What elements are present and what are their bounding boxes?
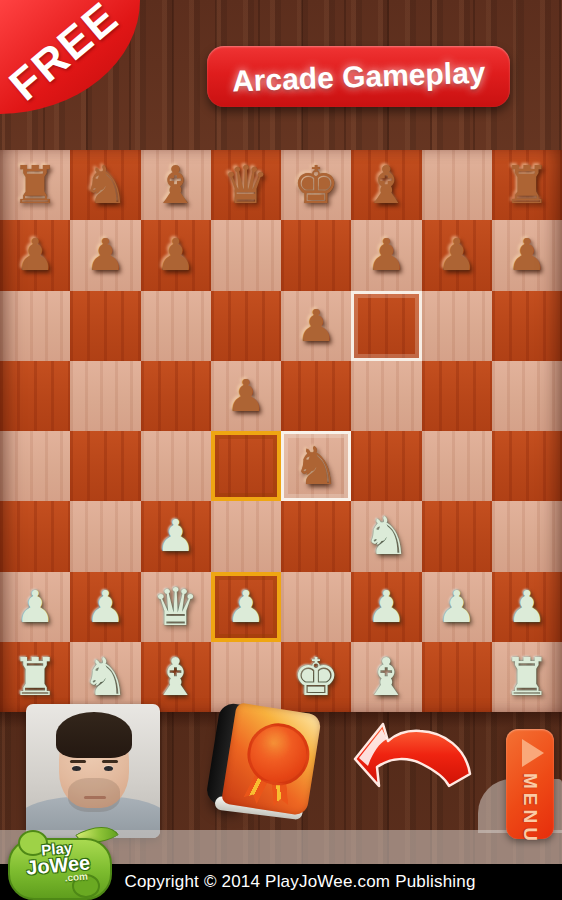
app-screen: FREE Arcade Gameplay ♜♞♝♛♚♝♜♟♟♟♟♟♟♟♟♞♟♞♟… — [0, 0, 562, 900]
piece-white-bishop: ♝ — [141, 642, 211, 712]
square-g6[interactable] — [422, 291, 492, 361]
piece-white-rook: ♜ — [0, 642, 70, 712]
square-c4[interactable] — [141, 431, 211, 501]
square-a2[interactable]: ♟ — [0, 572, 70, 642]
square-c5[interactable] — [141, 361, 211, 431]
square-d2[interactable]: ♟ — [211, 572, 281, 642]
avatar-eye — [104, 766, 113, 771]
square-g2[interactable]: ♟ — [422, 572, 492, 642]
piece-black-pawn: ♟ — [70, 220, 140, 290]
square-f8[interactable]: ♝ — [351, 150, 421, 220]
piece-black-queen: ♛ — [211, 150, 281, 220]
square-c8[interactable]: ♝ — [141, 150, 211, 220]
square-g4[interactable] — [422, 431, 492, 501]
piece-white-queen: ♛ — [141, 572, 211, 642]
avatar-eyebrow — [70, 760, 86, 763]
square-b2[interactable]: ♟ — [70, 572, 140, 642]
square-h1[interactable]: ♜ — [492, 642, 562, 712]
free-ribbon-badge: FREE — [0, 0, 160, 130]
square-d8[interactable]: ♛ — [211, 150, 281, 220]
square-f5[interactable] — [351, 361, 421, 431]
square-h5[interactable] — [492, 361, 562, 431]
menu-label: MENU — [519, 773, 541, 845]
piece-black-pawn: ♟ — [351, 220, 421, 290]
square-d4[interactable] — [211, 431, 281, 501]
square-b5[interactable] — [70, 361, 140, 431]
avatar-stubble — [68, 778, 120, 812]
piece-black-rook: ♜ — [0, 150, 70, 220]
piece-white-king: ♚ — [281, 642, 351, 712]
square-e6[interactable]: ♟ — [281, 291, 351, 361]
square-f7[interactable]: ♟ — [351, 220, 421, 290]
player-avatar — [26, 704, 160, 838]
avatar-eyebrow — [102, 760, 118, 763]
square-h7[interactable]: ♟ — [492, 220, 562, 290]
square-e8[interactable]: ♚ — [281, 150, 351, 220]
square-e2[interactable] — [281, 572, 351, 642]
copyright-text: Copyright © 2014 PlayJoWee.com Publishin… — [86, 872, 475, 892]
square-d7[interactable] — [211, 220, 281, 290]
square-h6[interactable] — [492, 291, 562, 361]
piece-white-rook: ♜ — [492, 642, 562, 712]
undo-arrow-icon — [348, 712, 478, 802]
square-a7[interactable]: ♟ — [0, 220, 70, 290]
menu-tab[interactable]: MENU — [506, 729, 554, 839]
square-f2[interactable]: ♟ — [351, 572, 421, 642]
square-f1[interactable]: ♝ — [351, 642, 421, 712]
square-a1[interactable]: ♜ — [0, 642, 70, 712]
square-e4[interactable]: ♞ — [281, 431, 351, 501]
undo-button[interactable] — [348, 712, 478, 802]
piece-white-pawn: ♟ — [70, 572, 140, 642]
piece-white-knight: ♞ — [351, 501, 421, 571]
square-e7[interactable] — [281, 220, 351, 290]
square-g5[interactable] — [422, 361, 492, 431]
playjowee-logo: Play JoWee .com — [8, 824, 118, 900]
square-b3[interactable] — [70, 501, 140, 571]
square-f3[interactable]: ♞ — [351, 501, 421, 571]
avatar-mouth — [84, 796, 106, 799]
square-b4[interactable] — [70, 431, 140, 501]
square-c6[interactable] — [141, 291, 211, 361]
square-a5[interactable] — [0, 361, 70, 431]
square-g3[interactable] — [422, 501, 492, 571]
piece-white-pawn: ♟ — [351, 572, 421, 642]
square-c7[interactable]: ♟ — [141, 220, 211, 290]
square-c3[interactable]: ♟ — [141, 501, 211, 571]
piece-black-bishop: ♝ — [351, 150, 421, 220]
avatar-eye — [72, 766, 81, 771]
square-e5[interactable] — [281, 361, 351, 431]
piece-white-pawn: ♟ — [0, 572, 70, 642]
arcade-gameplay-label: Arcade Gameplay — [231, 55, 486, 98]
square-h8[interactable]: ♜ — [492, 150, 562, 220]
square-f6[interactable] — [351, 291, 421, 361]
piece-white-pawn: ♟ — [492, 572, 562, 642]
square-c1[interactable]: ♝ — [141, 642, 211, 712]
arcade-gameplay-banner: Arcade Gameplay — [207, 46, 510, 107]
square-a3[interactable] — [0, 501, 70, 571]
piece-black-pawn: ♟ — [281, 291, 351, 361]
square-e1[interactable]: ♚ — [281, 642, 351, 712]
book-button[interactable] — [204, 700, 322, 825]
logo-text: Play JoWee .com — [6, 838, 109, 889]
piece-black-pawn: ♟ — [492, 220, 562, 290]
piece-white-bishop: ♝ — [351, 642, 421, 712]
square-a8[interactable]: ♜ — [0, 150, 70, 220]
piece-white-pawn: ♟ — [141, 501, 211, 571]
play-triangle-icon — [522, 739, 544, 767]
square-b6[interactable] — [70, 291, 140, 361]
square-d5[interactable]: ♟ — [211, 361, 281, 431]
piece-white-knight: ♞ — [70, 642, 140, 712]
square-g1[interactable] — [422, 642, 492, 712]
piece-white-pawn: ♟ — [422, 572, 492, 642]
square-b1[interactable]: ♞ — [70, 642, 140, 712]
piece-black-pawn: ♟ — [141, 220, 211, 290]
piece-black-knight: ♞ — [281, 431, 351, 501]
piece-black-rook: ♜ — [492, 150, 562, 220]
square-f4[interactable] — [351, 431, 421, 501]
square-d6[interactable] — [211, 291, 281, 361]
avatar-hair — [56, 712, 132, 758]
square-a4[interactable] — [0, 431, 70, 501]
piece-black-knight: ♞ — [70, 150, 140, 220]
piece-black-pawn: ♟ — [422, 220, 492, 290]
square-h3[interactable] — [492, 501, 562, 571]
square-h4[interactable] — [492, 431, 562, 501]
square-b7[interactable]: ♟ — [70, 220, 140, 290]
square-g7[interactable]: ♟ — [422, 220, 492, 290]
chess-board[interactable]: ♜♞♝♛♚♝♜♟♟♟♟♟♟♟♟♞♟♞♟♟♛♟♟♟♟♜♞♝♚♝♜ — [0, 150, 562, 712]
square-g8[interactable] — [422, 150, 492, 220]
piece-black-pawn: ♟ — [211, 361, 281, 431]
square-a6[interactable] — [0, 291, 70, 361]
piece-black-bishop: ♝ — [141, 150, 211, 220]
square-e3[interactable] — [281, 501, 351, 571]
piece-white-pawn: ♟ — [211, 572, 281, 642]
square-c2[interactable]: ♛ — [141, 572, 211, 642]
square-b8[interactable]: ♞ — [70, 150, 140, 220]
piece-black-pawn: ♟ — [0, 220, 70, 290]
square-d3[interactable] — [211, 501, 281, 571]
square-h2[interactable]: ♟ — [492, 572, 562, 642]
piece-black-king: ♚ — [281, 150, 351, 220]
